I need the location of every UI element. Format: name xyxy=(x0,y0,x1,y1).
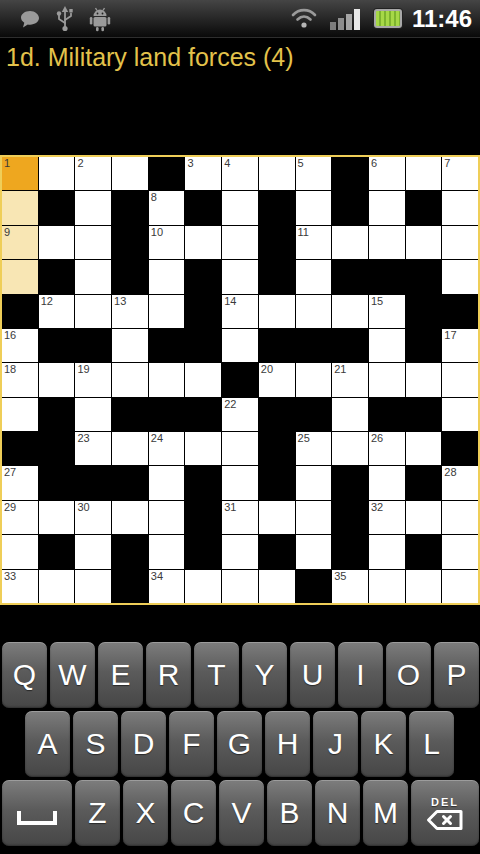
cell-number: 4 xyxy=(224,157,230,170)
grid-cell[interactable]: 1 xyxy=(2,157,38,190)
grid-cell[interactable]: 11 xyxy=(296,226,332,259)
grid-cell[interactable] xyxy=(296,466,332,499)
grid-cell-black xyxy=(149,329,185,362)
cell-number: 22 xyxy=(224,398,236,411)
key-x[interactable]: X xyxy=(123,780,168,846)
signal-strength-icon xyxy=(330,8,360,30)
grid-cell[interactable] xyxy=(75,260,111,293)
grid-cell[interactable] xyxy=(222,535,258,568)
grid-cell[interactable] xyxy=(442,501,478,534)
cell-number: 3 xyxy=(187,157,193,170)
key-a[interactable]: A xyxy=(25,711,70,777)
grid-cell[interactable] xyxy=(2,191,38,224)
cell-number: 33 xyxy=(4,570,16,583)
key-u[interactable]: U xyxy=(290,642,335,708)
key-g[interactable]: G xyxy=(217,711,262,777)
key-q[interactable]: Q xyxy=(2,642,47,708)
cell-number: 11 xyxy=(298,226,309,239)
grid-cell-black xyxy=(185,260,221,293)
grid-cell[interactable] xyxy=(332,432,368,465)
cell-number: 12 xyxy=(41,295,53,308)
grid-cell-black xyxy=(75,466,111,499)
cell-number: 29 xyxy=(4,501,16,514)
grid-cell[interactable] xyxy=(296,191,332,224)
grid-cell-black xyxy=(332,501,368,534)
grid-cell[interactable]: 31 xyxy=(222,501,258,534)
clue-bar: 1d. Military land forces (4) xyxy=(0,39,480,81)
grid-cell[interactable] xyxy=(222,432,258,465)
key-b[interactable]: B xyxy=(267,780,312,846)
grid-cell-black xyxy=(296,570,332,603)
grid-cell[interactable]: 27 xyxy=(2,466,38,499)
key-i[interactable]: I xyxy=(338,642,383,708)
grid-cell-black xyxy=(39,432,75,465)
key-w[interactable]: W xyxy=(50,642,95,708)
grid-cell[interactable]: 28 xyxy=(442,466,478,499)
grid-cell-black xyxy=(332,260,368,293)
grid-cell[interactable]: 3 xyxy=(185,157,221,190)
grid-cell-black xyxy=(332,191,368,224)
grid-cell[interactable] xyxy=(2,398,38,431)
grid-cell[interactable]: 9 xyxy=(2,226,38,259)
cell-number: 27 xyxy=(4,466,16,479)
grid-cell[interactable] xyxy=(259,157,295,190)
grid-cell[interactable] xyxy=(222,191,258,224)
grid-cell[interactable] xyxy=(112,329,148,362)
grid-cell-black xyxy=(112,226,148,259)
key-h[interactable]: H xyxy=(265,711,310,777)
grid-cell[interactable] xyxy=(112,157,148,190)
grid-cell-black xyxy=(296,329,332,362)
grid-cell[interactable] xyxy=(369,191,405,224)
status-bar: 11:46 xyxy=(0,0,480,38)
grid-cell[interactable] xyxy=(369,226,405,259)
cell-number: 7 xyxy=(444,157,450,170)
grid-cell-black xyxy=(406,191,442,224)
grid-cell-black xyxy=(259,466,295,499)
grid-cell-black xyxy=(369,398,405,431)
grid-cell[interactable] xyxy=(259,570,295,603)
cell-number: 17 xyxy=(444,329,456,342)
keyboard-row-middle: ASDFGHJKL xyxy=(25,711,454,777)
grid-cell[interactable] xyxy=(149,535,185,568)
cell-number: 26 xyxy=(371,432,383,445)
grid-cell[interactable] xyxy=(185,226,221,259)
grid-cell[interactable] xyxy=(75,535,111,568)
grid-cell-black xyxy=(406,329,442,362)
grid-cell-black xyxy=(149,398,185,431)
grid-cell[interactable] xyxy=(2,535,38,568)
chat-bubble-icon xyxy=(18,7,42,31)
grid-cell[interactable]: 17 xyxy=(442,329,478,362)
grid-cell[interactable] xyxy=(39,226,75,259)
grid-cell-black xyxy=(406,295,442,328)
grid-cell-black xyxy=(39,191,75,224)
grid-cell[interactable] xyxy=(222,260,258,293)
grid-cell-black xyxy=(406,398,442,431)
clue-text: 1d. Military land forces (4) xyxy=(6,43,294,72)
grid-cell[interactable] xyxy=(149,501,185,534)
grid-cell[interactable]: 6 xyxy=(369,157,405,190)
grid-cell[interactable] xyxy=(75,226,111,259)
grid-cell-black xyxy=(332,466,368,499)
grid-cell[interactable] xyxy=(222,570,258,603)
grid-cell-black xyxy=(39,260,75,293)
key-l[interactable]: L xyxy=(409,711,454,777)
grid-cell[interactable] xyxy=(222,329,258,362)
cell-number: 24 xyxy=(151,432,163,445)
cell-number: 25 xyxy=(298,432,310,445)
grid-cell[interactable]: 19 xyxy=(75,363,111,396)
grid-cell-black xyxy=(112,260,148,293)
grid-cell-black xyxy=(185,535,221,568)
grid-cell[interactable] xyxy=(39,501,75,534)
grid-cell[interactable]: 7 xyxy=(442,157,478,190)
grid-cell-black xyxy=(259,398,295,431)
grid-cell-black xyxy=(185,191,221,224)
key-m[interactable]: M xyxy=(363,780,408,846)
grid-cell-black xyxy=(112,466,148,499)
grid-cell[interactable] xyxy=(442,535,478,568)
grid-cell[interactable] xyxy=(406,432,442,465)
cell-number: 1 xyxy=(4,157,10,170)
grid-cell-black xyxy=(185,398,221,431)
del-label: DEL xyxy=(431,796,459,808)
grid-cell[interactable] xyxy=(296,535,332,568)
grid-cell[interactable] xyxy=(39,570,75,603)
grid-cell[interactable] xyxy=(442,226,478,259)
cell-number: 35 xyxy=(334,570,346,583)
cell-number: 5 xyxy=(298,157,304,170)
grid-cell[interactable] xyxy=(2,260,38,293)
grid-cell-black xyxy=(39,535,75,568)
grid-cell-black xyxy=(332,535,368,568)
grid-cell-black xyxy=(2,295,38,328)
grid-cell[interactable]: 13 xyxy=(112,295,148,328)
grid-cell[interactable]: 22 xyxy=(222,398,258,431)
cell-number: 13 xyxy=(114,295,126,308)
grid-cell[interactable]: 12 xyxy=(39,295,75,328)
grid-cell-black xyxy=(442,295,478,328)
grid-cell[interactable]: 30 xyxy=(75,501,111,534)
grid-cell[interactable]: 10 xyxy=(149,226,185,259)
grid-cell-black xyxy=(259,432,295,465)
grid-cell[interactable] xyxy=(75,191,111,224)
battery-icon xyxy=(374,9,402,28)
grid-cell-black xyxy=(2,432,38,465)
cell-number: 31 xyxy=(224,501,236,514)
grid-cell-black xyxy=(39,329,75,362)
grid-cell[interactable] xyxy=(185,570,221,603)
grid-cell[interactable] xyxy=(442,260,478,293)
grid-cell[interactable] xyxy=(406,570,442,603)
grid-cell[interactable]: 26 xyxy=(369,432,405,465)
grid-cell-black xyxy=(369,260,405,293)
grid-cell[interactable]: 24 xyxy=(149,432,185,465)
grid-cell[interactable] xyxy=(75,570,111,603)
grid-cell[interactable] xyxy=(222,226,258,259)
grid-cell[interactable] xyxy=(406,501,442,534)
app-screen: 11:46 1d. Military land forces (4) 12345… xyxy=(0,0,480,854)
key-d[interactable]: D xyxy=(121,711,166,777)
grid-cell-black xyxy=(442,432,478,465)
grid-cell-black xyxy=(259,329,295,362)
grid-cell[interactable] xyxy=(149,363,185,396)
key-o[interactable]: O xyxy=(386,642,431,708)
cell-number: 9 xyxy=(4,226,10,239)
grid-cell[interactable] xyxy=(296,260,332,293)
grid-cell-black xyxy=(222,363,258,396)
grid-cell-black xyxy=(75,329,111,362)
grid-cell-black xyxy=(112,570,148,603)
grid-cell[interactable] xyxy=(332,295,368,328)
grid-cell[interactable] xyxy=(296,501,332,534)
grid-cell[interactable]: 25 xyxy=(296,432,332,465)
grid-cell-black xyxy=(39,466,75,499)
cell-number: 28 xyxy=(444,466,456,479)
grid-cell[interactable]: 33 xyxy=(2,570,38,603)
cell-number: 8 xyxy=(151,191,157,204)
cell-number: 16 xyxy=(4,329,16,342)
grid-cell[interactable]: 2 xyxy=(75,157,111,190)
key-n[interactable]: N xyxy=(315,780,360,846)
grid-cell[interactable] xyxy=(296,295,332,328)
grid-cell-black xyxy=(185,329,221,362)
grid-cell[interactable] xyxy=(369,363,405,396)
grid-cell[interactable]: 20 xyxy=(259,363,295,396)
grid-cell[interactable]: 4 xyxy=(222,157,258,190)
key-z[interactable]: Z xyxy=(75,780,120,846)
grid-cell-black xyxy=(112,398,148,431)
cell-number: 14 xyxy=(224,295,236,308)
grid-cell[interactable] xyxy=(149,295,185,328)
usb-icon xyxy=(54,5,76,33)
key-t[interactable]: T xyxy=(194,642,239,708)
grid-cell[interactable] xyxy=(39,363,75,396)
grid-cell[interactable] xyxy=(112,363,148,396)
grid-cell[interactable] xyxy=(369,570,405,603)
grid-cell[interactable] xyxy=(259,501,295,534)
grid-cell[interactable]: 14 xyxy=(222,295,258,328)
key-j[interactable]: J xyxy=(313,711,358,777)
cell-number: 10 xyxy=(151,226,163,239)
grid-cell[interactable] xyxy=(406,157,442,190)
key-v[interactable]: V xyxy=(219,780,264,846)
grid-cell-black xyxy=(149,157,185,190)
key-k[interactable]: K xyxy=(361,711,406,777)
grid-cell-black xyxy=(259,191,295,224)
grid-cell[interactable] xyxy=(406,226,442,259)
grid-cell-black xyxy=(259,226,295,259)
cell-number: 34 xyxy=(151,570,163,583)
key-f[interactable]: F xyxy=(169,711,214,777)
cell-number: 21 xyxy=(334,363,346,376)
grid-cell[interactable]: 32 xyxy=(369,501,405,534)
grid-cell[interactable] xyxy=(442,191,478,224)
grid-cell[interactable] xyxy=(369,329,405,362)
grid-cell-black xyxy=(185,295,221,328)
wifi-icon xyxy=(290,7,318,30)
keyboard-row-top: QWERTYUIOP xyxy=(2,642,479,708)
key-s[interactable]: S xyxy=(73,711,118,777)
grid-cell[interactable] xyxy=(332,398,368,431)
grid-cell[interactable] xyxy=(185,432,221,465)
grid-cell[interactable]: 35 xyxy=(332,570,368,603)
grid-cell[interactable] xyxy=(149,466,185,499)
grid-cell[interactable] xyxy=(442,570,478,603)
grid-cell-black xyxy=(112,535,148,568)
grid-cell[interactable]: 29 xyxy=(2,501,38,534)
grid-cell[interactable]: 16 xyxy=(2,329,38,362)
cell-number: 2 xyxy=(77,157,83,170)
cell-number: 19 xyxy=(77,363,89,376)
cell-number: 15 xyxy=(371,295,383,308)
grid-cell[interactable]: 15 xyxy=(369,295,405,328)
grid-cell-black xyxy=(406,260,442,293)
key-p[interactable]: P xyxy=(434,642,479,708)
cell-number: 30 xyxy=(77,501,89,514)
android-robot-icon xyxy=(88,6,112,32)
grid-cell-black xyxy=(185,501,221,534)
key-c[interactable]: C xyxy=(171,780,216,846)
key-r[interactable]: R xyxy=(146,642,191,708)
grid-cell-black xyxy=(185,466,221,499)
grid-cell-black xyxy=(332,329,368,362)
grid-cell[interactable] xyxy=(442,398,478,431)
grid-cell[interactable] xyxy=(149,260,185,293)
grid-cell[interactable] xyxy=(369,466,405,499)
cell-number: 32 xyxy=(371,501,383,514)
grid-cell-black xyxy=(296,398,332,431)
grid-cell[interactable] xyxy=(369,535,405,568)
key-y[interactable]: Y xyxy=(242,642,287,708)
backspace-icon xyxy=(426,809,464,831)
grid-cell[interactable] xyxy=(75,295,111,328)
cell-number: 20 xyxy=(261,363,273,376)
clock-text: 11:46 xyxy=(412,5,472,33)
grid-cell[interactable] xyxy=(75,398,111,431)
grid-cell[interactable]: 34 xyxy=(149,570,185,603)
space-icon xyxy=(17,811,57,825)
grid-cell[interactable] xyxy=(442,363,478,396)
grid-cell[interactable] xyxy=(222,466,258,499)
cell-number: 23 xyxy=(77,432,89,445)
grid-cell[interactable]: 21 xyxy=(332,363,368,396)
key-del[interactable]: DEL xyxy=(411,780,479,846)
grid-cell[interactable] xyxy=(259,295,295,328)
grid-cell[interactable] xyxy=(112,501,148,534)
grid-cell-black xyxy=(39,398,75,431)
grid-cell[interactable] xyxy=(296,363,332,396)
grid-cell-black xyxy=(259,260,295,293)
grid-cell-black xyxy=(406,535,442,568)
grid-cell[interactable] xyxy=(332,226,368,259)
key-space[interactable] xyxy=(2,780,72,846)
grid-cell-black xyxy=(406,466,442,499)
grid-cell[interactable] xyxy=(112,432,148,465)
grid-cell[interactable] xyxy=(185,363,221,396)
grid-cell[interactable] xyxy=(39,157,75,190)
grid-cell[interactable]: 5 xyxy=(296,157,332,190)
grid-cell[interactable]: 8 xyxy=(149,191,185,224)
grid-cell-black xyxy=(112,191,148,224)
crossword-grid: 1234567891011121314151617181920212223242… xyxy=(0,155,480,605)
grid-cell-black xyxy=(332,157,368,190)
grid-cell[interactable]: 23 xyxy=(75,432,111,465)
cell-number: 18 xyxy=(4,363,16,376)
grid-cell-black xyxy=(259,535,295,568)
key-e[interactable]: E xyxy=(98,642,143,708)
grid-cell[interactable] xyxy=(406,363,442,396)
grid-cell[interactable]: 18 xyxy=(2,363,38,396)
cell-number: 6 xyxy=(371,157,377,170)
keyboard-row-bottom: ZXCVBNMDEL xyxy=(2,780,479,846)
